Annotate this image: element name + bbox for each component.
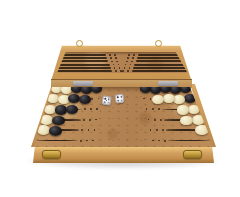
point-tip-dot: [91, 98, 93, 100]
checker-black[interactable]: [150, 87, 162, 94]
hinge-right: [158, 81, 178, 86]
lid-point: [133, 67, 186, 69]
lid-point-tip-dot: [114, 54, 116, 56]
lid-point-tip-dot: [115, 70, 117, 72]
point-tip-dot: [162, 129, 164, 131]
hinge-left: [73, 81, 93, 86]
lid-point-tip-dot: [113, 64, 115, 66]
checker-black[interactable]: [79, 95, 91, 104]
point-tip-dot: [156, 129, 158, 131]
lid-point-tip-dot: [122, 70, 124, 72]
die-pip: [121, 96, 123, 98]
lid-point-tip-dot: [129, 67, 131, 69]
point-tip-dot: [94, 129, 96, 131]
lid-point-tip-dot: [115, 57, 117, 59]
lid-point: [136, 60, 185, 62]
point-tip-dot: [164, 140, 166, 142]
lid-point: [132, 70, 187, 72]
lid-point-tip-dot: [111, 61, 113, 63]
lid-point-tip-dot: [128, 54, 130, 56]
checker-black[interactable]: [180, 87, 192, 93]
die-pip: [108, 99, 110, 101]
checker-white[interactable]: [163, 94, 175, 103]
lid-point-tip-dot: [109, 54, 111, 56]
point-tip-dot: [92, 140, 94, 142]
checker-black[interactable]: [91, 87, 103, 93]
lid-point-tip-dot: [132, 57, 134, 59]
point-tip-dot: [86, 140, 88, 142]
lid-point: [60, 57, 107, 59]
clasp-left[interactable]: [42, 150, 61, 159]
lid-point-tip-dot: [116, 61, 118, 63]
lid-playing-field: [55, 52, 189, 73]
checker-black[interactable]: [160, 87, 172, 93]
checker-black[interactable]: [170, 87, 182, 94]
lid-point-tip-dot: [119, 67, 121, 69]
die-pip: [117, 97, 119, 99]
lid-point-tip-dot: [114, 67, 116, 69]
point-tip-dot: [150, 129, 152, 131]
point-tip-dot: [158, 108, 160, 110]
backgammon-set-photo: [0, 0, 240, 197]
die-pip: [121, 100, 123, 102]
hanging-ring-right: [155, 40, 162, 47]
front-rail: [33, 147, 214, 163]
die-pip: [108, 102, 110, 104]
lid-point-tip-dot: [124, 67, 126, 69]
point-tip-dot: [98, 98, 100, 100]
hanging-ring-left: [76, 40, 83, 47]
lid-point: [58, 67, 111, 69]
point-tip-dot: [81, 129, 83, 131]
checker-black[interactable]: [49, 126, 63, 136]
lid-point-tip-dot: [125, 64, 127, 66]
lid-point: [134, 64, 185, 66]
checker-white[interactable]: [173, 95, 185, 104]
hinge-bar: [51, 79, 192, 88]
lid-point: [138, 54, 183, 56]
die-2[interactable]: [115, 94, 126, 105]
die-pip: [118, 100, 120, 102]
checker-white[interactable]: [180, 116, 193, 126]
lid-point-tip-dot: [118, 64, 120, 66]
base-playing-field: [33, 87, 214, 147]
lid-point: [57, 70, 112, 72]
point-tip-dot: [96, 108, 98, 110]
point-tip-dot: [152, 108, 154, 110]
checker-black[interactable]: [52, 116, 65, 126]
lid-point-tip-dot: [127, 70, 129, 72]
base-point: [36, 140, 78, 142]
die-1[interactable]: [102, 96, 113, 107]
checker-white[interactable]: [177, 105, 190, 114]
checker-black[interactable]: [66, 105, 79, 114]
lid-point-tip-dot: [133, 54, 135, 56]
base-point: [168, 140, 210, 142]
point-tip-dot: [146, 108, 148, 110]
die-pip: [104, 102, 106, 104]
lid-point: [61, 54, 106, 56]
lid-point-tip-dot: [110, 57, 112, 59]
point-tip-dot: [83, 119, 85, 121]
point-tip-dot: [160, 119, 162, 121]
point-tip-dot: [95, 119, 97, 121]
checker-black[interactable]: [140, 87, 152, 93]
lid-point-tip-dot: [127, 57, 129, 59]
lid-point-tip-dot: [131, 61, 133, 63]
point-tip-dot: [158, 140, 160, 142]
lid-point: [59, 64, 110, 66]
clasp-right[interactable]: [183, 150, 202, 159]
lid-point-tip-dot: [126, 61, 128, 63]
point-tip-dot: [80, 140, 82, 142]
lid-point: [59, 60, 108, 62]
point-tip-dot: [89, 119, 91, 121]
lid-point-tip-dot: [130, 64, 132, 66]
point-tip-dot: [150, 98, 152, 100]
point-tip-dot: [88, 129, 90, 131]
point-tip-dot: [154, 119, 156, 121]
checker-white[interactable]: [152, 95, 164, 104]
board-lid: [51, 44, 193, 81]
point-tip-dot: [152, 140, 154, 142]
point-tip-dot: [148, 119, 150, 121]
point-tip-dot: [143, 98, 145, 100]
lid-point: [137, 57, 184, 59]
point-tip-dot: [84, 108, 86, 110]
point-tip-dot: [90, 108, 92, 110]
